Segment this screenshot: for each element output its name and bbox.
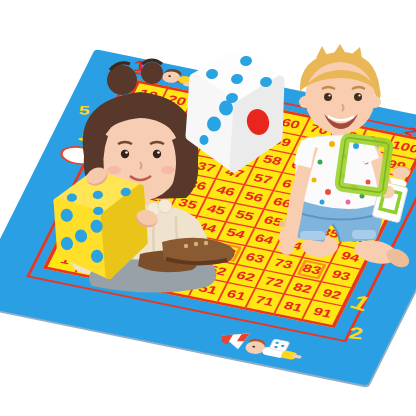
cell-number: 91 [311,306,334,320]
cell-number: 92 [321,287,344,301]
white-die [178,48,290,176]
yellow-die [48,165,160,290]
mat-illustration-bottom-kid [213,328,307,370]
product-photo: 1020304050607080901009192939495969798999… [0,0,416,416]
mat-bottom-right-number-b: 2 [347,324,364,341]
cell-number: 81 [282,300,305,314]
